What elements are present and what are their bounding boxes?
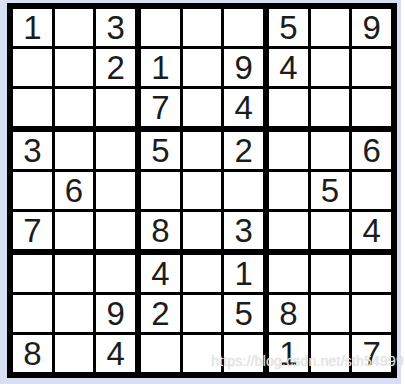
cell-r8c6[interactable]: 5 [224,295,263,332]
cell-r4c5[interactable] [183,132,222,169]
cell-r4c1[interactable]: 3 [13,132,52,169]
cell-r8c7[interactable]: 8 [269,295,308,332]
cell-r9c1[interactable]: 8 [13,335,52,372]
cell-r2c3[interactable]: 2 [96,49,135,86]
cell-r6c6[interactable]: 3 [224,212,263,249]
cell-r7c9[interactable] [352,255,391,292]
cell-r5c8[interactable]: 5 [311,172,350,209]
cell-r9c2[interactable] [55,335,94,372]
cell-r5c1[interactable] [13,172,52,209]
cell-r3c6[interactable]: 4 [224,89,263,126]
cell-r4c2[interactable] [55,132,94,169]
cell-r2c2[interactable] [55,49,94,86]
cell-r6c8[interactable] [311,212,350,249]
cell-r1c3[interactable]: 3 [96,9,135,46]
cell-r1c7[interactable]: 5 [269,9,308,46]
cell-r8c1[interactable] [13,295,52,332]
cell-r1c9[interactable]: 9 [352,9,391,46]
cell-r4c8[interactable] [311,132,350,169]
cell-r1c6[interactable] [224,9,263,46]
cell-r5c2[interactable]: 6 [55,172,94,209]
cell-r1c2[interactable] [55,9,94,46]
cell-r7c8[interactable] [311,255,350,292]
cell-r6c5[interactable] [183,212,222,249]
cell-r9c6[interactable] [224,335,263,372]
box-1-3: 594 [269,9,391,126]
cell-r2c7[interactable]: 4 [269,49,308,86]
cell-r9c4[interactable] [141,335,180,372]
cell-r1c5[interactable] [183,9,222,46]
cell-r7c6[interactable]: 1 [224,255,263,292]
cell-r7c1[interactable] [13,255,52,292]
cell-r4c6[interactable]: 2 [224,132,263,169]
cell-r2c8[interactable] [311,49,350,86]
cell-r8c2[interactable] [55,295,94,332]
cell-r3c3[interactable] [96,89,135,126]
cell-r3c1[interactable] [13,89,52,126]
cell-r6c9[interactable]: 4 [352,212,391,249]
cell-r6c7[interactable] [269,212,308,249]
cell-r9c5[interactable] [183,335,222,372]
box-3-3: 817 [269,255,391,372]
cell-r9c8[interactable] [311,335,350,372]
cell-r7c3[interactable] [96,255,135,292]
cell-r3c2[interactable] [55,89,94,126]
right-edge-strip [401,0,405,384]
cell-r1c8[interactable] [311,9,350,46]
cell-r6c3[interactable] [96,212,135,249]
cell-r8c4[interactable]: 2 [141,295,180,332]
cell-r4c7[interactable] [269,132,308,169]
cell-r6c2[interactable] [55,212,94,249]
sudoku-board: 132197459436752836549844125817 [7,3,397,378]
cell-r7c4[interactable]: 4 [141,255,180,292]
cell-r2c5[interactable] [183,49,222,86]
cell-r6c1[interactable]: 7 [13,212,52,249]
cell-r5c7[interactable] [269,172,308,209]
cell-r3c8[interactable] [311,89,350,126]
cell-r2c9[interactable] [352,49,391,86]
cell-r3c7[interactable] [269,89,308,126]
box-3-1: 984 [13,255,135,372]
cell-r1c1[interactable]: 1 [13,9,52,46]
cell-r8c5[interactable] [183,295,222,332]
box-1-1: 132 [13,9,135,126]
page-background: 132197459436752836549844125817 https://b… [0,0,405,384]
cell-r9c3[interactable]: 4 [96,335,135,372]
cell-r5c9[interactable] [352,172,391,209]
cell-r1c4[interactable] [141,9,180,46]
cell-r8c9[interactable] [352,295,391,332]
box-2-3: 654 [269,132,391,249]
box-2-1: 367 [13,132,135,249]
cell-r3c5[interactable] [183,89,222,126]
cell-r2c1[interactable] [13,49,52,86]
cell-r5c5[interactable] [183,172,222,209]
cell-r2c4[interactable]: 1 [141,49,180,86]
box-3-2: 4125 [141,255,263,372]
cell-r9c9[interactable]: 7 [352,335,391,372]
cell-r5c6[interactable] [224,172,263,209]
cell-r7c2[interactable] [55,255,94,292]
cell-r4c9[interactable]: 6 [352,132,391,169]
cell-r6c4[interactable]: 8 [141,212,180,249]
cell-r3c9[interactable] [352,89,391,126]
cell-r3c4[interactable]: 7 [141,89,180,126]
cell-r8c3[interactable]: 9 [96,295,135,332]
cell-r5c3[interactable] [96,172,135,209]
cell-r5c4[interactable] [141,172,180,209]
cell-r7c5[interactable] [183,255,222,292]
box-2-2: 5283 [141,132,263,249]
cell-r9c7[interactable]: 1 [269,335,308,372]
cell-r8c8[interactable] [311,295,350,332]
cell-r2c6[interactable]: 9 [224,49,263,86]
cell-r7c7[interactable] [269,255,308,292]
cell-r4c4[interactable]: 5 [141,132,180,169]
cell-r4c3[interactable] [96,132,135,169]
box-1-2: 1974 [141,9,263,126]
